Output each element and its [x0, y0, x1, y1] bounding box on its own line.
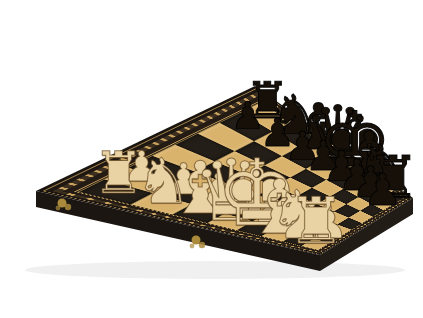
board-ground-shadow: [25, 261, 405, 279]
chess-set-photo: ♜♟♞♟♝♟♛♟♚♟♟♝♟♞♜♟♟♜♟♟♞♟♝♟♛♟♚♟♝♟♞♜: [0, 0, 423, 318]
